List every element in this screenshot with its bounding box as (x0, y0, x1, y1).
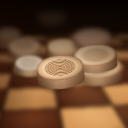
checkers-photo-scene (0, 0, 128, 128)
checker-piece-far-back-dim (37, 10, 67, 25)
piece-top-face (8, 37, 41, 54)
checker-piece-center-focused (35, 53, 85, 92)
checkers-pieces-layer (0, 0, 128, 128)
